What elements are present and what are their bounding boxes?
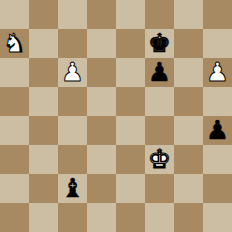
square-f6[interactable]: ♟ — [145, 58, 174, 87]
square-c7[interactable] — [58, 29, 87, 58]
piece-white-pawn: ♟ — [61, 58, 84, 87]
square-g3[interactable] — [174, 145, 203, 174]
square-a4[interactable] — [0, 116, 29, 145]
square-a6[interactable] — [0, 58, 29, 87]
square-b5[interactable] — [29, 87, 58, 116]
square-b1[interactable] — [29, 203, 58, 232]
square-b2[interactable] — [29, 174, 58, 203]
piece-black-pawn: ♟ — [206, 116, 229, 145]
square-b6[interactable] — [29, 58, 58, 87]
piece-black-bishop: ♝ — [61, 174, 84, 203]
square-e3[interactable] — [116, 145, 145, 174]
square-g8[interactable] — [174, 0, 203, 29]
square-e8[interactable] — [116, 0, 145, 29]
piece-black-pawn: ♟ — [148, 58, 171, 87]
square-e4[interactable] — [116, 116, 145, 145]
square-e2[interactable] — [116, 174, 145, 203]
square-f8[interactable] — [145, 0, 174, 29]
square-c3[interactable] — [58, 145, 87, 174]
square-a3[interactable] — [0, 145, 29, 174]
square-a5[interactable] — [0, 87, 29, 116]
square-c4[interactable] — [58, 116, 87, 145]
square-g4[interactable] — [174, 116, 203, 145]
square-c1[interactable] — [58, 203, 87, 232]
piece-white-pawn: ♟ — [206, 58, 229, 87]
square-d5[interactable] — [87, 87, 116, 116]
square-f2[interactable] — [145, 174, 174, 203]
square-a8[interactable] — [0, 0, 29, 29]
square-h4[interactable]: ♟ — [203, 116, 232, 145]
square-h3[interactable] — [203, 145, 232, 174]
square-h7[interactable] — [203, 29, 232, 58]
square-d4[interactable] — [87, 116, 116, 145]
square-b4[interactable] — [29, 116, 58, 145]
square-a7[interactable]: ♞ — [0, 29, 29, 58]
square-g2[interactable] — [174, 174, 203, 203]
square-h5[interactable] — [203, 87, 232, 116]
square-c8[interactable] — [58, 0, 87, 29]
square-d8[interactable] — [87, 0, 116, 29]
square-e5[interactable] — [116, 87, 145, 116]
square-g7[interactable] — [174, 29, 203, 58]
square-b8[interactable] — [29, 0, 58, 29]
square-h6[interactable]: ♟ — [203, 58, 232, 87]
piece-white-king: ♚ — [148, 145, 171, 174]
square-g6[interactable] — [174, 58, 203, 87]
piece-white-knight: ♞ — [3, 29, 26, 58]
square-h2[interactable] — [203, 174, 232, 203]
square-f5[interactable] — [145, 87, 174, 116]
square-d3[interactable] — [87, 145, 116, 174]
square-d1[interactable] — [87, 203, 116, 232]
square-h8[interactable] — [203, 0, 232, 29]
square-b3[interactable] — [29, 145, 58, 174]
square-d2[interactable] — [87, 174, 116, 203]
square-c6[interactable]: ♟ — [58, 58, 87, 87]
square-f1[interactable] — [145, 203, 174, 232]
square-c5[interactable] — [58, 87, 87, 116]
square-e1[interactable] — [116, 203, 145, 232]
square-g5[interactable] — [174, 87, 203, 116]
square-e7[interactable] — [116, 29, 145, 58]
square-d6[interactable] — [87, 58, 116, 87]
square-d7[interactable] — [87, 29, 116, 58]
square-f4[interactable] — [145, 116, 174, 145]
chess-board: ♞♚♟♟♟♟♚♝ — [0, 0, 232, 232]
square-h1[interactable] — [203, 203, 232, 232]
square-f7[interactable]: ♚ — [145, 29, 174, 58]
square-b7[interactable] — [29, 29, 58, 58]
square-g1[interactable] — [174, 203, 203, 232]
square-a1[interactable] — [0, 203, 29, 232]
square-f3[interactable]: ♚ — [145, 145, 174, 174]
square-c2[interactable]: ♝ — [58, 174, 87, 203]
piece-black-king: ♚ — [148, 29, 171, 58]
square-e6[interactable] — [116, 58, 145, 87]
square-a2[interactable] — [0, 174, 29, 203]
